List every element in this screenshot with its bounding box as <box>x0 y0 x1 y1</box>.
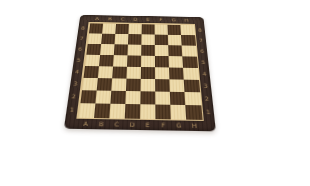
square-f6 <box>155 45 169 56</box>
square-a8 <box>89 23 103 33</box>
square-h3 <box>184 80 200 93</box>
square-c8 <box>115 23 129 33</box>
rank-label-1: 1 <box>202 105 214 119</box>
square-g4 <box>169 67 184 79</box>
file-label-f: F <box>155 120 171 130</box>
square-f4 <box>155 67 170 79</box>
square-b7 <box>101 33 115 44</box>
square-g7 <box>168 35 182 46</box>
square-h4 <box>183 68 198 80</box>
square-f2 <box>155 92 170 105</box>
square-a6 <box>86 44 101 55</box>
square-d3 <box>126 79 141 92</box>
square-e3 <box>141 79 156 92</box>
square-e8 <box>142 24 155 34</box>
square-a2 <box>80 90 96 103</box>
square-d5 <box>127 55 141 67</box>
square-h5 <box>183 56 198 68</box>
square-a3 <box>81 78 97 91</box>
square-e2 <box>140 91 155 104</box>
square-c2 <box>110 91 126 104</box>
square-e7 <box>141 34 155 45</box>
square-f3 <box>155 79 170 92</box>
rank-label-2: 2 <box>201 92 213 105</box>
file-label-e: E <box>140 120 156 130</box>
square-b2 <box>95 91 111 104</box>
square-g2 <box>170 92 186 105</box>
square-b3 <box>96 78 112 91</box>
square-b1 <box>94 104 110 118</box>
square-h1 <box>186 105 202 119</box>
square-a7 <box>87 33 102 44</box>
square-d1 <box>125 104 141 118</box>
square-b6 <box>100 44 115 55</box>
square-f8 <box>155 24 168 34</box>
square-g8 <box>168 24 182 34</box>
rank-label-4: 4 <box>199 68 210 80</box>
square-d2 <box>125 91 140 104</box>
square-c1 <box>109 104 125 118</box>
square-b4 <box>97 66 112 78</box>
square-b8 <box>102 23 116 33</box>
square-e6 <box>141 45 155 56</box>
file-label-a: A <box>77 119 94 129</box>
square-d4 <box>126 67 141 79</box>
square-a4 <box>83 66 99 78</box>
square-a5 <box>85 55 100 67</box>
square-c3 <box>111 78 126 91</box>
square-d8 <box>128 24 141 34</box>
square-h6 <box>182 45 196 56</box>
square-h8 <box>181 25 195 35</box>
square-c7 <box>114 34 128 45</box>
square-e1 <box>140 105 155 119</box>
rank-label-6: 6 <box>197 46 208 57</box>
square-f7 <box>155 34 169 45</box>
board-frame: ABCDEFGH ABCDEFGH 87654321 87654321 <box>64 15 216 131</box>
playing-field <box>78 23 202 119</box>
square-g3 <box>170 79 185 92</box>
square-c4 <box>112 67 127 79</box>
rank-label-8: 8 <box>195 25 205 35</box>
square-g6 <box>168 45 182 56</box>
maple-inlay-strip <box>76 22 203 121</box>
square-b5 <box>99 55 114 67</box>
square-g5 <box>169 56 184 68</box>
file-label-c: C <box>109 119 125 129</box>
file-label-h: H <box>186 121 202 131</box>
square-a1 <box>78 104 95 118</box>
square-f1 <box>155 105 171 119</box>
square-f5 <box>155 56 169 68</box>
square-g1 <box>171 105 187 119</box>
product-photo: ABCDEFGH ABCDEFGH 87654321 87654321 <box>0 0 310 186</box>
file-label-b: B <box>93 119 109 129</box>
square-h2 <box>185 92 201 105</box>
square-e4 <box>141 67 155 79</box>
square-d6 <box>127 44 141 55</box>
square-e5 <box>141 56 155 68</box>
chess-board: ABCDEFGH ABCDEFGH 87654321 87654321 <box>64 15 216 131</box>
rank-label-5: 5 <box>198 57 209 69</box>
file-label-g: G <box>171 120 187 130</box>
rank-label-7: 7 <box>196 35 207 46</box>
square-c5 <box>113 55 128 67</box>
square-h7 <box>181 35 195 46</box>
square-c6 <box>114 44 128 55</box>
file-label-d: D <box>124 120 140 130</box>
rank-label-3: 3 <box>200 80 212 93</box>
square-d7 <box>128 34 142 45</box>
